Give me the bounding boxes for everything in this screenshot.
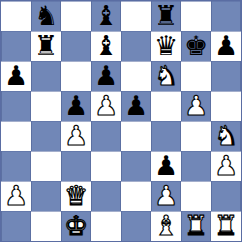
square-g6[interactable] <box>181 61 211 91</box>
square-h6[interactable] <box>211 61 241 91</box>
black-pawn-piece[interactable]: ♟ <box>154 151 178 181</box>
black-pawn-piece[interactable]: ♟ <box>94 61 118 91</box>
square-f4[interactable] <box>151 121 181 151</box>
square-a3[interactable] <box>1 151 31 181</box>
black-pawn-piece[interactable]: ♟ <box>214 31 238 61</box>
square-h5[interactable] <box>211 91 241 121</box>
black-king-piece[interactable]: ♚ <box>184 31 208 61</box>
black-rook-piece[interactable]: ♜ <box>154 1 178 31</box>
square-f8[interactable]: ♜ <box>151 1 181 31</box>
white-rook-piece[interactable]: ♜ <box>214 211 238 241</box>
square-f1[interactable]: ♝ <box>151 211 181 241</box>
square-b5[interactable] <box>31 91 61 121</box>
square-c1[interactable]: ♚ <box>61 211 91 241</box>
square-b8[interactable]: ♞ <box>31 1 61 31</box>
square-d5[interactable]: ♟ <box>91 91 121 121</box>
square-g5[interactable]: ♟ <box>181 91 211 121</box>
square-h4[interactable]: ♞ <box>211 121 241 151</box>
square-g1[interactable]: ♜ <box>181 211 211 241</box>
square-g8[interactable] <box>181 1 211 31</box>
white-pawn-piece[interactable]: ♟ <box>154 181 178 211</box>
square-a8[interactable] <box>1 1 31 31</box>
square-a6[interactable]: ♟ <box>1 61 31 91</box>
square-b6[interactable] <box>31 61 61 91</box>
square-c7[interactable] <box>61 31 91 61</box>
square-f2[interactable]: ♟ <box>151 181 181 211</box>
square-c2[interactable]: ♛ <box>61 181 91 211</box>
square-d1[interactable] <box>91 211 121 241</box>
square-d6[interactable]: ♟ <box>91 61 121 91</box>
square-c3[interactable] <box>61 151 91 181</box>
square-h2[interactable] <box>211 181 241 211</box>
chess-board: ♞♝♜♜♝♛♚♟♟♟♞♟♟♟♟♟♞♟♟♟♛♟♚♝♜♜ <box>0 0 242 242</box>
black-bishop-piece[interactable]: ♝ <box>94 1 118 31</box>
square-a1[interactable] <box>1 211 31 241</box>
square-g3[interactable] <box>181 151 211 181</box>
square-b4[interactable] <box>31 121 61 151</box>
square-a7[interactable] <box>1 31 31 61</box>
square-c4[interactable]: ♟ <box>61 121 91 151</box>
black-pawn-piece[interactable]: ♟ <box>64 91 88 121</box>
square-a2[interactable]: ♟ <box>1 181 31 211</box>
square-d2[interactable] <box>91 181 121 211</box>
square-e2[interactable] <box>121 181 151 211</box>
square-e5[interactable]: ♟ <box>121 91 151 121</box>
square-e6[interactable] <box>121 61 151 91</box>
square-c8[interactable] <box>61 1 91 31</box>
white-pawn-piece[interactable]: ♟ <box>4 181 28 211</box>
square-h8[interactable] <box>211 1 241 31</box>
square-d4[interactable] <box>91 121 121 151</box>
square-f5[interactable] <box>151 91 181 121</box>
square-e4[interactable] <box>121 121 151 151</box>
square-g2[interactable] <box>181 181 211 211</box>
black-pawn-piece[interactable]: ♟ <box>124 91 148 121</box>
white-queen-piece[interactable]: ♛ <box>64 181 88 211</box>
white-pawn-piece[interactable]: ♟ <box>64 121 88 151</box>
square-a5[interactable] <box>1 91 31 121</box>
square-a4[interactable] <box>1 121 31 151</box>
black-knight-piece[interactable]: ♞ <box>34 1 58 31</box>
square-h1[interactable]: ♜ <box>211 211 241 241</box>
square-g7[interactable]: ♚ <box>181 31 211 61</box>
black-queen-piece[interactable]: ♛ <box>154 31 178 61</box>
square-d8[interactable]: ♝ <box>91 1 121 31</box>
square-b1[interactable] <box>31 211 61 241</box>
square-f3[interactable]: ♟ <box>151 151 181 181</box>
square-b2[interactable] <box>31 181 61 211</box>
square-b3[interactable] <box>31 151 61 181</box>
square-d3[interactable] <box>91 151 121 181</box>
square-c5[interactable]: ♟ <box>61 91 91 121</box>
square-f7[interactable]: ♛ <box>151 31 181 61</box>
square-f6[interactable]: ♞ <box>151 61 181 91</box>
white-bishop-piece[interactable]: ♝ <box>154 211 178 241</box>
square-h7[interactable]: ♟ <box>211 31 241 61</box>
white-pawn-piece[interactable]: ♟ <box>184 91 208 121</box>
white-king-piece[interactable]: ♚ <box>64 211 88 241</box>
square-e1[interactable] <box>121 211 151 241</box>
square-e7[interactable] <box>121 31 151 61</box>
square-e8[interactable] <box>121 1 151 31</box>
white-pawn-piece[interactable]: ♟ <box>94 91 118 121</box>
square-b7[interactable]: ♜ <box>31 31 61 61</box>
black-bishop-piece[interactable]: ♝ <box>94 31 118 61</box>
square-h3[interactable]: ♟ <box>211 151 241 181</box>
square-g4[interactable] <box>181 121 211 151</box>
black-pawn-piece[interactable]: ♟ <box>4 61 28 91</box>
square-c6[interactable] <box>61 61 91 91</box>
white-knight-piece[interactable]: ♞ <box>154 61 178 91</box>
white-knight-piece[interactable]: ♞ <box>214 121 238 151</box>
black-rook-piece[interactable]: ♜ <box>34 31 58 61</box>
square-e3[interactable] <box>121 151 151 181</box>
white-rook-piece[interactable]: ♜ <box>184 211 208 241</box>
white-pawn-piece[interactable]: ♟ <box>214 151 238 181</box>
square-d7[interactable]: ♝ <box>91 31 121 61</box>
